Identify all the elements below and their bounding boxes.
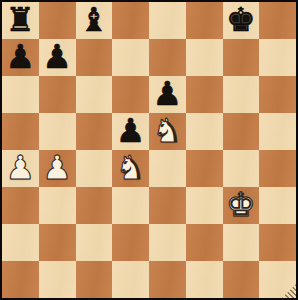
- piece-white-king-g3[interactable]: ♚: [226, 188, 256, 221]
- square-c8[interactable]: ♝: [76, 2, 113, 39]
- piece-black-pawn-d5[interactable]: ♟: [116, 114, 146, 147]
- square-e6[interactable]: ♟: [149, 76, 186, 113]
- square-e1[interactable]: [149, 261, 186, 298]
- piece-black-pawn-e6[interactable]: ♟: [153, 77, 183, 110]
- square-g5[interactable]: [223, 113, 260, 150]
- square-g7[interactable]: [223, 39, 260, 76]
- square-a6[interactable]: [2, 76, 39, 113]
- square-b4[interactable]: ♟: [39, 150, 76, 187]
- square-c4[interactable]: [76, 150, 113, 187]
- square-e3[interactable]: [149, 187, 186, 224]
- square-a3[interactable]: [2, 187, 39, 224]
- piece-black-bishop-c8[interactable]: ♝: [79, 3, 109, 36]
- square-d5[interactable]: ♟: [112, 113, 149, 150]
- square-e2[interactable]: [149, 224, 186, 261]
- square-g6[interactable]: [223, 76, 260, 113]
- square-a4[interactable]: ♟: [2, 150, 39, 187]
- square-f2[interactable]: [186, 224, 223, 261]
- square-b6[interactable]: [39, 76, 76, 113]
- piece-black-pawn-a7[interactable]: ♟: [6, 40, 36, 73]
- square-d2[interactable]: [112, 224, 149, 261]
- square-f8[interactable]: [186, 2, 223, 39]
- square-g1[interactable]: [223, 261, 260, 298]
- square-e4[interactable]: [149, 150, 186, 187]
- square-h3[interactable]: [259, 187, 296, 224]
- chess-board-frame: ♜♝♚♟♟♟♟♞♟♟♞♚: [0, 0, 298, 300]
- square-h2[interactable]: [259, 224, 296, 261]
- chess-board: ♜♝♚♟♟♟♟♞♟♟♞♚: [2, 2, 296, 298]
- square-g2[interactable]: [223, 224, 260, 261]
- square-c5[interactable]: [76, 113, 113, 150]
- square-b2[interactable]: [39, 224, 76, 261]
- square-d7[interactable]: [112, 39, 149, 76]
- square-c3[interactable]: [76, 187, 113, 224]
- square-f7[interactable]: [186, 39, 223, 76]
- square-c7[interactable]: [76, 39, 113, 76]
- piece-white-pawn-a4[interactable]: ♟: [6, 151, 36, 184]
- square-f6[interactable]: [186, 76, 223, 113]
- square-h4[interactable]: [259, 150, 296, 187]
- square-d1[interactable]: [112, 261, 149, 298]
- square-e5[interactable]: ♞: [149, 113, 186, 150]
- square-e7[interactable]: [149, 39, 186, 76]
- square-a8[interactable]: ♜: [2, 2, 39, 39]
- piece-black-rook-a8[interactable]: ♜: [6, 3, 36, 36]
- square-h5[interactable]: [259, 113, 296, 150]
- square-f3[interactable]: [186, 187, 223, 224]
- square-f4[interactable]: [186, 150, 223, 187]
- square-b7[interactable]: ♟: [39, 39, 76, 76]
- square-b3[interactable]: [39, 187, 76, 224]
- square-a7[interactable]: ♟: [2, 39, 39, 76]
- square-a5[interactable]: [2, 113, 39, 150]
- square-c1[interactable]: [76, 261, 113, 298]
- square-d3[interactable]: [112, 187, 149, 224]
- square-e8[interactable]: [149, 2, 186, 39]
- piece-black-king-g8[interactable]: ♚: [226, 3, 256, 36]
- square-d6[interactable]: [112, 76, 149, 113]
- square-h7[interactable]: [259, 39, 296, 76]
- piece-white-pawn-b4[interactable]: ♟: [42, 151, 72, 184]
- square-a1[interactable]: [2, 261, 39, 298]
- square-g4[interactable]: [223, 150, 260, 187]
- square-d4[interactable]: ♞: [112, 150, 149, 187]
- square-b5[interactable]: [39, 113, 76, 150]
- square-f5[interactable]: [186, 113, 223, 150]
- square-g3[interactable]: ♚: [223, 187, 260, 224]
- square-d8[interactable]: [112, 2, 149, 39]
- square-h6[interactable]: [259, 76, 296, 113]
- square-b1[interactable]: [39, 261, 76, 298]
- piece-white-knight-e5[interactable]: ♞: [153, 114, 183, 147]
- square-a2[interactable]: [2, 224, 39, 261]
- square-f1[interactable]: [186, 261, 223, 298]
- square-b8[interactable]: [39, 2, 76, 39]
- piece-white-knight-d4[interactable]: ♞: [116, 151, 146, 184]
- square-g8[interactable]: ♚: [223, 2, 260, 39]
- square-c2[interactable]: [76, 224, 113, 261]
- square-h8[interactable]: [259, 2, 296, 39]
- piece-black-pawn-b7[interactable]: ♟: [42, 40, 72, 73]
- square-c6[interactable]: [76, 76, 113, 113]
